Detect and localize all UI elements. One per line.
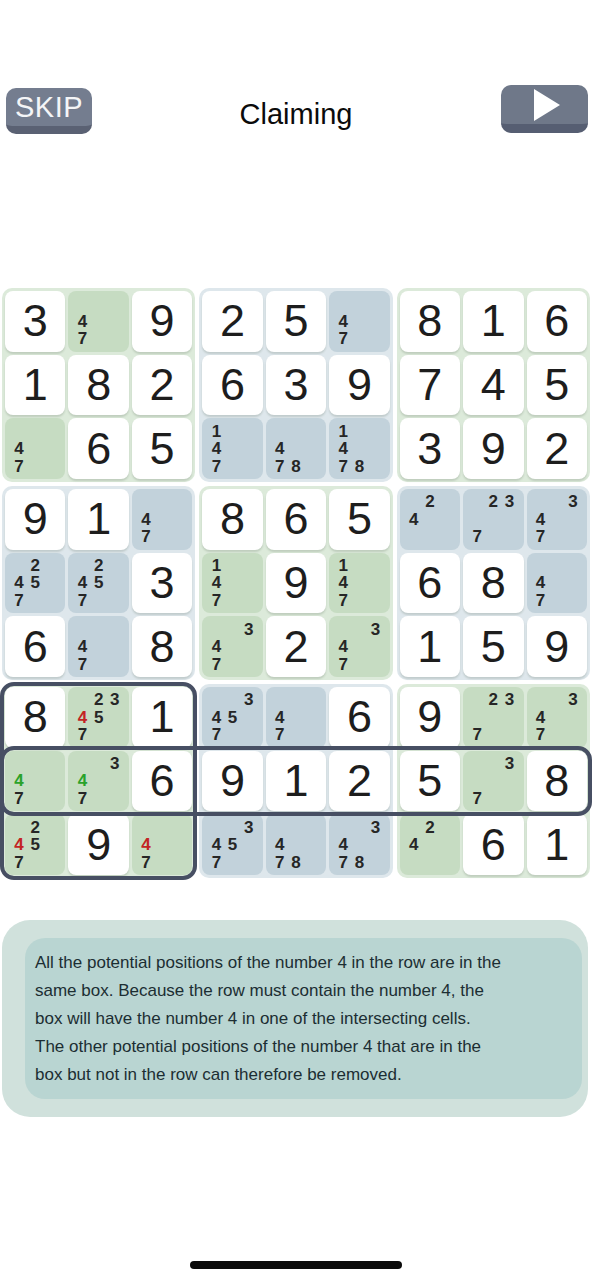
pencil-mark-8: 8 (288, 457, 304, 475)
pencil-mark-4: 4 (335, 836, 351, 854)
pencil-mark-7: 7 (74, 790, 90, 808)
pencil-mark-3: 3 (501, 691, 517, 709)
box-7: 82345714734762457947 (2, 684, 195, 878)
box-9: 923734753782461 (397, 684, 590, 878)
hint-panel: All the potential positions of the numbe… (2, 920, 588, 1117)
pencil-mark-2: 2 (422, 818, 438, 836)
pencil-mark-4: 4 (138, 836, 154, 854)
pencil-mark-7: 7 (272, 853, 288, 871)
cell-r7c6[interactable]: 6 (329, 687, 389, 748)
box-8: 345747691234574783478 (199, 684, 392, 878)
pencil-mark-7: 7 (272, 726, 288, 744)
pencil-mark-8: 8 (351, 457, 367, 475)
cell-r5c2[interactable]: 2457 (68, 553, 128, 614)
pencil-mark-7: 7 (335, 853, 351, 871)
pencil-mark-4: 4 (138, 511, 154, 529)
pencil-mark-7: 7 (335, 330, 351, 348)
cell-r8c7[interactable]: 5 (400, 751, 460, 812)
play-button[interactable] (501, 85, 588, 133)
cell-r9c3[interactable]: 47 (132, 814, 192, 875)
cell-r3c7[interactable]: 3 (400, 418, 460, 479)
cell-r1c2[interactable]: 47 (68, 291, 128, 352)
pencil-mark-8: 8 (288, 853, 304, 871)
cell-r7c7[interactable]: 9 (400, 687, 460, 748)
pencil-mark-3: 3 (565, 691, 581, 709)
cell-r6c9[interactable]: 9 (527, 616, 587, 677)
cell-r7c4[interactable]: 3457 (202, 687, 262, 748)
cell-r1c7[interactable]: 8 (400, 291, 460, 352)
pencil-mark-4: 4 (335, 574, 351, 592)
cell-r8c4[interactable]: 9 (202, 751, 262, 812)
cell-r6c1[interactable]: 6 (5, 616, 65, 677)
pencil-mark-4: 4 (208, 440, 224, 458)
cell-r3c8[interactable]: 9 (463, 418, 523, 479)
cell-r7c5[interactable]: 47 (266, 687, 326, 748)
pencil-mark-4: 4 (74, 709, 90, 727)
pencil-mark-7: 7 (11, 592, 27, 610)
pencil-mark-7: 7 (335, 655, 351, 673)
cell-r1c1[interactable]: 3 (5, 291, 65, 352)
pencil-mark-5: 5 (224, 836, 240, 854)
pencil-mark-7: 7 (208, 655, 224, 673)
box-3: 816745392 (397, 288, 590, 482)
cell-r6c7[interactable]: 1 (400, 616, 460, 677)
pencil-mark-7: 7 (335, 457, 351, 475)
cell-r8c6[interactable]: 2 (329, 751, 389, 812)
cell-r7c1[interactable]: 8 (5, 687, 65, 748)
cell-r3c1[interactable]: 47 (5, 418, 65, 479)
pencil-mark-5: 5 (27, 574, 43, 592)
pencil-mark-2: 2 (485, 493, 501, 511)
pencil-mark-7: 7 (11, 853, 27, 871)
box-6: 242373476847159 (397, 486, 590, 680)
pencil-mark-7: 7 (533, 592, 549, 610)
pencil-mark-7: 7 (469, 790, 485, 808)
hint-panel-inner: All the potential positions of the numbe… (25, 938, 582, 1099)
pencil-mark-4: 4 (11, 440, 27, 458)
pencil-mark-4: 4 (533, 511, 549, 529)
cell-r4c3[interactable]: 47 (132, 489, 192, 550)
pencil-mark-4: 4 (74, 574, 90, 592)
cell-r1c6[interactable]: 47 (329, 291, 389, 352)
pencil-mark-4: 4 (335, 440, 351, 458)
cell-r2c3[interactable]: 2 (132, 355, 192, 416)
cell-r5c3[interactable]: 3 (132, 553, 192, 614)
cell-r7c9[interactable]: 347 (527, 687, 587, 748)
pencil-mark-4: 4 (335, 313, 351, 331)
pencil-mark-4: 4 (406, 511, 422, 529)
pencil-mark-4: 4 (208, 574, 224, 592)
pencil-mark-1: 1 (335, 422, 351, 440)
cell-r7c2[interactable]: 23457 (68, 687, 128, 748)
cell-r4c8[interactable]: 237 (463, 489, 523, 550)
box-4: 91472457245736478 (2, 486, 195, 680)
cell-r8c2[interactable]: 347 (68, 751, 128, 812)
pencil-mark-4: 4 (533, 709, 549, 727)
cell-r2c2[interactable]: 8 (68, 355, 128, 416)
pencil-mark-7: 7 (11, 457, 27, 475)
pencil-mark-4: 4 (74, 638, 90, 656)
pencil-mark-4: 4 (11, 574, 27, 592)
cell-r1c9[interactable]: 6 (527, 291, 587, 352)
cell-r7c3[interactable]: 1 (132, 687, 192, 748)
pencil-mark-4: 4 (208, 638, 224, 656)
cell-r3c5[interactable]: 478 (266, 418, 326, 479)
pencil-mark-3: 3 (367, 620, 383, 638)
pencil-mark-5: 5 (91, 574, 107, 592)
cell-r9c5[interactable]: 478 (266, 814, 326, 875)
pencil-mark-7: 7 (533, 528, 549, 546)
pencil-mark-3: 3 (107, 755, 123, 773)
cell-r9c4[interactable]: 3457 (202, 814, 262, 875)
cell-r5c7[interactable]: 6 (400, 553, 460, 614)
cell-r1c5[interactable]: 5 (266, 291, 326, 352)
pencil-mark-4: 4 (208, 709, 224, 727)
pencil-mark-1: 1 (208, 422, 224, 440)
box-1: 34791824765 (2, 288, 195, 482)
pencil-mark-4: 4 (74, 313, 90, 331)
pencil-mark-7: 7 (208, 726, 224, 744)
pencil-mark-7: 7 (533, 726, 549, 744)
cell-r4c7[interactable]: 24 (400, 489, 460, 550)
pencil-mark-4: 4 (335, 638, 351, 656)
pencil-mark-3: 3 (241, 691, 257, 709)
cell-r8c5[interactable]: 1 (266, 751, 326, 812)
cell-r1c4[interactable]: 2 (202, 291, 262, 352)
pencil-mark-2: 2 (91, 691, 107, 709)
pencil-mark-3: 3 (565, 493, 581, 511)
cell-r5c1[interactable]: 2457 (5, 553, 65, 614)
cell-r5c5[interactable]: 9 (266, 553, 326, 614)
pencil-mark-3: 3 (241, 620, 257, 638)
pencil-mark-2: 2 (27, 818, 43, 836)
pencil-mark-7: 7 (74, 592, 90, 610)
pencil-mark-5: 5 (27, 836, 43, 854)
pencil-mark-4: 4 (406, 836, 422, 854)
pencil-mark-1: 1 (335, 557, 351, 575)
cell-r3c4[interactable]: 147 (202, 418, 262, 479)
cell-r8c8[interactable]: 37 (463, 751, 523, 812)
pencil-mark-7: 7 (74, 726, 90, 744)
cell-r9c9[interactable]: 1 (527, 814, 587, 875)
cell-r9c1[interactable]: 2457 (5, 814, 65, 875)
pencil-mark-4: 4 (272, 709, 288, 727)
cell-r9c7[interactable]: 24 (400, 814, 460, 875)
pencil-mark-4: 4 (272, 836, 288, 854)
cell-r9c6[interactable]: 3478 (329, 814, 389, 875)
cell-r9c2[interactable]: 9 (68, 814, 128, 875)
pencil-mark-4: 4 (74, 772, 90, 790)
cell-r4c2[interactable]: 1 (68, 489, 128, 550)
pencil-mark-7: 7 (208, 853, 224, 871)
cell-r4c5[interactable]: 6 (266, 489, 326, 550)
cell-r1c8[interactable]: 1 (463, 291, 523, 352)
cell-r2c7[interactable]: 7 (400, 355, 460, 416)
cell-r3c2[interactable]: 6 (68, 418, 128, 479)
cell-r8c9[interactable]: 8 (527, 751, 587, 812)
pencil-mark-4: 4 (533, 574, 549, 592)
pencil-mark-7: 7 (138, 528, 154, 546)
home-indicator[interactable] (190, 1261, 402, 1269)
cell-r4c9[interactable]: 347 (527, 489, 587, 550)
pencil-mark-7: 7 (272, 457, 288, 475)
pencil-mark-2: 2 (91, 557, 107, 575)
cell-r4c4[interactable]: 8 (202, 489, 262, 550)
cell-r6c3[interactable]: 8 (132, 616, 192, 677)
cell-r2c9[interactable]: 5 (527, 355, 587, 416)
pencil-mark-7: 7 (335, 592, 351, 610)
pencil-mark-1: 1 (208, 557, 224, 575)
box-5: 86514791473472347 (199, 486, 392, 680)
cell-r3c6[interactable]: 1478 (329, 418, 389, 479)
pencil-mark-7: 7 (138, 853, 154, 871)
pencil-mark-7: 7 (11, 790, 27, 808)
pencil-mark-4: 4 (11, 836, 27, 854)
pencil-mark-7: 7 (469, 528, 485, 546)
cell-r1c3[interactable]: 9 (132, 291, 192, 352)
pencil-mark-2: 2 (485, 691, 501, 709)
pencil-mark-7: 7 (208, 592, 224, 610)
cell-r2c8[interactable]: 4 (463, 355, 523, 416)
cell-r9c8[interactable]: 6 (463, 814, 523, 875)
pencil-mark-3: 3 (501, 493, 517, 511)
cell-r5c8[interactable]: 8 (463, 553, 523, 614)
pencil-mark-7: 7 (208, 457, 224, 475)
cell-r6c8[interactable]: 5 (463, 616, 523, 677)
pencil-mark-4: 4 (208, 836, 224, 854)
box-2: 25476391474781478 (199, 288, 392, 482)
hint-text: All the potential positions of the numbe… (35, 949, 572, 1089)
cell-r2c1[interactable]: 1 (5, 355, 65, 416)
cell-r8c1[interactable]: 47 (5, 751, 65, 812)
cell-r6c5[interactable]: 2 (266, 616, 326, 677)
cell-r2c5[interactable]: 3 (266, 355, 326, 416)
pencil-mark-3: 3 (241, 818, 257, 836)
cell-r5c6[interactable]: 147 (329, 553, 389, 614)
cell-r6c4[interactable]: 347 (202, 616, 262, 677)
cell-r7c8[interactable]: 237 (463, 687, 523, 748)
pencil-mark-5: 5 (91, 709, 107, 727)
cell-r2c6[interactable]: 9 (329, 355, 389, 416)
play-icon (534, 89, 560, 121)
cell-r4c6[interactable]: 5 (329, 489, 389, 550)
pencil-mark-5: 5 (224, 709, 240, 727)
cell-r4c1[interactable]: 9 (5, 489, 65, 550)
cell-r5c4[interactable]: 147 (202, 553, 262, 614)
pencil-mark-3: 3 (107, 691, 123, 709)
cell-r3c3[interactable]: 5 (132, 418, 192, 479)
pencil-mark-2: 2 (422, 493, 438, 511)
pencil-mark-7: 7 (74, 330, 90, 348)
pencil-mark-4: 4 (11, 772, 27, 790)
sudoku-grid: 3479182476525476391474781478816745392914… (2, 288, 590, 878)
pencil-mark-8: 8 (351, 853, 367, 871)
pencil-mark-3: 3 (367, 818, 383, 836)
pencil-mark-2: 2 (27, 557, 43, 575)
pencil-mark-7: 7 (469, 726, 485, 744)
pencil-mark-7: 7 (74, 655, 90, 673)
cell-r2c4[interactable]: 6 (202, 355, 262, 416)
cell-r6c6[interactable]: 347 (329, 616, 389, 677)
cell-r3c9[interactable]: 2 (527, 418, 587, 479)
cell-r8c3[interactable]: 6 (132, 751, 192, 812)
cell-r6c2[interactable]: 47 (68, 616, 128, 677)
cell-r5c9[interactable]: 47 (527, 553, 587, 614)
pencil-mark-4: 4 (272, 440, 288, 458)
pencil-mark-3: 3 (501, 755, 517, 773)
